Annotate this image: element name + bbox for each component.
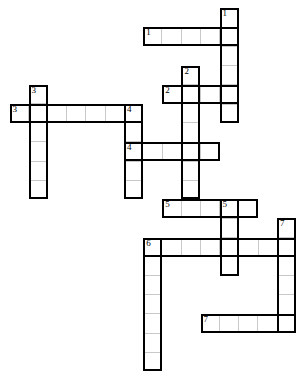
crossword-board: 1122334455677	[0, 0, 300, 376]
word-6-across: 6	[143, 238, 296, 257]
word-cells	[162, 199, 258, 218]
cell-6d-4[interactable]	[143, 313, 162, 332]
word-6-down	[143, 238, 162, 372]
cell-5a-1[interactable]	[181, 199, 200, 218]
cell-2d-3[interactable]	[181, 122, 200, 141]
cell-6d-2[interactable]	[143, 275, 162, 294]
clue-number: 3	[32, 86, 37, 95]
cell-7a-2[interactable]	[238, 314, 257, 333]
clue-number: 1	[223, 9, 228, 18]
word-2-across: 2	[162, 85, 238, 104]
cell-7d-3[interactable]	[277, 275, 296, 294]
cell-5d-3[interactable]	[220, 256, 239, 275]
word-4-across: 4	[124, 142, 220, 161]
word-cells	[143, 238, 296, 257]
word-3-down: 3	[29, 85, 48, 200]
cell-1a-4[interactable]	[219, 27, 238, 46]
clue-number: 7	[204, 315, 209, 324]
word-cells	[201, 314, 297, 333]
clue-number: 7	[280, 219, 285, 228]
word-5-across: 5	[162, 199, 258, 218]
cell-6a-2[interactable]	[181, 238, 200, 257]
word-7-across: 7	[201, 314, 297, 333]
cell-5a-4[interactable]	[238, 199, 257, 218]
cell-6d-1[interactable]	[143, 256, 162, 275]
cell-3d-4[interactable]	[29, 161, 48, 180]
clue-number: 5	[165, 200, 170, 209]
cell-6a-3[interactable]	[200, 238, 219, 257]
word-cells	[143, 238, 162, 372]
word-cells	[220, 8, 239, 123]
clue-number: 6	[146, 239, 151, 248]
cell-5d-1[interactable]	[220, 218, 239, 237]
cell-4a-1[interactable]	[142, 142, 161, 161]
cell-4a-3[interactable]	[181, 142, 200, 161]
clue-number: 4	[127, 105, 132, 114]
cell-7a-1[interactable]	[219, 314, 238, 333]
cell-3a-2[interactable]	[47, 104, 66, 123]
cell-3a-3[interactable]	[66, 104, 85, 123]
cell-2d-5[interactable]	[181, 161, 200, 180]
cell-6a-1[interactable]	[161, 238, 180, 257]
cell-5a-2[interactable]	[200, 199, 219, 218]
cell-6a-4[interactable]	[219, 238, 238, 257]
cell-1d-2[interactable]	[220, 46, 239, 65]
cell-4a-2[interactable]	[162, 142, 181, 161]
cell-4d-3[interactable]	[124, 161, 143, 180]
cell-3a-5[interactable]	[105, 104, 124, 123]
cell-3a-4[interactable]	[85, 104, 104, 123]
word-cells	[124, 142, 220, 161]
cell-2a-1[interactable]	[181, 85, 200, 104]
cell-2a-3[interactable]	[219, 85, 238, 104]
cell-7a-3[interactable]	[257, 314, 276, 333]
cell-3a-1[interactable]	[28, 104, 47, 123]
clue-number: 1	[146, 28, 151, 37]
cell-1a-1[interactable]	[161, 27, 180, 46]
cell-1a-2[interactable]	[181, 27, 200, 46]
cell-4d-1[interactable]	[124, 122, 143, 141]
clue-number: 2	[165, 86, 170, 95]
clue-number: 4	[127, 143, 132, 152]
word-1-down: 1	[220, 8, 239, 123]
cell-2d-6[interactable]	[181, 180, 200, 199]
clue-number: 5	[223, 200, 228, 209]
word-cells	[29, 85, 48, 200]
cell-6d-5[interactable]	[143, 333, 162, 352]
cell-3d-2[interactable]	[29, 122, 48, 141]
cell-6d-6[interactable]	[143, 352, 162, 371]
cell-3d-5[interactable]	[29, 180, 48, 199]
cell-1d-3[interactable]	[220, 65, 239, 84]
cell-4a-4[interactable]	[200, 142, 219, 161]
cell-7d-1[interactable]	[277, 237, 296, 256]
clue-number: 2	[184, 67, 189, 76]
word-cells	[143, 27, 239, 46]
cell-4d-4[interactable]	[124, 180, 143, 199]
cell-1d-5[interactable]	[220, 104, 239, 123]
cell-2a-2[interactable]	[200, 85, 219, 104]
cell-7a-4[interactable]	[277, 314, 296, 333]
cell-3d-3[interactable]	[29, 141, 48, 160]
word-cells	[162, 85, 238, 104]
cell-6a-6[interactable]	[258, 238, 277, 257]
cell-2d-2[interactable]	[181, 103, 200, 122]
cell-1a-3[interactable]	[200, 27, 219, 46]
cell-7d-2[interactable]	[277, 256, 296, 275]
word-1-across: 1	[143, 27, 239, 46]
cell-7d-4[interactable]	[277, 294, 296, 313]
cell-6d-3[interactable]	[143, 294, 162, 313]
clue-number: 3	[13, 105, 18, 114]
cell-6a-5[interactable]	[238, 238, 257, 257]
